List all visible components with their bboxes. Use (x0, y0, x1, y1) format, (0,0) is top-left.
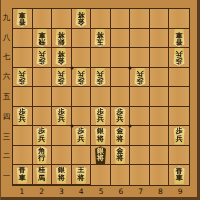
square-4六[interactable]: 歩兵 (72, 68, 92, 88)
rank-labels: 九八七六五四三二一 (1, 8, 12, 186)
square-1四[interactable]: 歩兵 (13, 107, 33, 127)
square-9一[interactable]: 香車 (169, 165, 189, 185)
square-3二[interactable] (52, 146, 72, 166)
file-label-2: 2 (32, 186, 52, 197)
piece-歩兵[interactable]: 歩兵 (34, 127, 50, 145)
piece-金将[interactable]: 金将 (53, 48, 69, 66)
square-2五[interactable] (33, 87, 53, 107)
piece-金将[interactable]: 金将 (112, 146, 128, 164)
square-9六[interactable] (169, 68, 189, 88)
square-3八[interactable]: 銀将 (52, 29, 72, 49)
piece-角行[interactable]: 角行 (34, 146, 50, 164)
square-2六[interactable] (33, 68, 53, 88)
square-2七[interactable]: 歩兵 (33, 48, 53, 68)
rank-label-四: 四 (1, 107, 12, 127)
square-6二[interactable]: 金将 (111, 146, 131, 166)
square-2三[interactable]: 歩兵 (33, 126, 53, 146)
star-point (70, 125, 73, 128)
piece-金将[interactable]: 金将 (112, 127, 128, 145)
star-point (129, 66, 132, 69)
square-1八[interactable] (13, 29, 33, 49)
piece-飛車[interactable]: 飛車 (34, 29, 50, 47)
rank-label-六: 六 (1, 67, 12, 87)
piece-王将[interactable]: 王将 (73, 166, 89, 184)
square-1一[interactable]: 香車 (13, 165, 33, 185)
square-3三[interactable] (52, 126, 72, 146)
square-7一[interactable] (130, 165, 150, 185)
square-5五[interactable] (91, 87, 111, 107)
square-8八[interactable] (150, 29, 170, 49)
window-edge-right (197, 0, 200, 200)
rank-label-八: 八 (1, 28, 12, 48)
square-1六[interactable]: 歩兵 (13, 68, 33, 88)
square-7八[interactable] (130, 29, 150, 49)
window-edge-left (0, 0, 1, 200)
piece-香車[interactable]: 香車 (171, 29, 187, 47)
square-6九[interactable] (111, 9, 131, 29)
square-8三[interactable] (150, 126, 170, 146)
square-4二[interactable] (72, 146, 92, 166)
file-label-3: 3 (52, 186, 72, 197)
square-7二[interactable] (130, 146, 150, 166)
square-5七[interactable] (91, 48, 111, 68)
piece-歩兵[interactable]: 歩兵 (14, 68, 30, 86)
file-label-1: 1 (12, 186, 32, 197)
piece-歩兵[interactable]: 歩兵 (171, 48, 187, 66)
piece-銀将[interactable]: 銀将 (92, 146, 108, 164)
square-1五[interactable] (13, 87, 33, 107)
piece-歩兵[interactable]: 歩兵 (92, 107, 108, 125)
square-4七[interactable] (72, 48, 92, 68)
piece-歩兵[interactable]: 歩兵 (14, 107, 30, 125)
piece-銀将[interactable]: 銀将 (53, 29, 69, 47)
file-label-4: 4 (71, 186, 91, 197)
square-3五[interactable] (52, 87, 72, 107)
square-6三[interactable]: 金将 (111, 126, 131, 146)
square-8一[interactable] (150, 165, 170, 185)
square-9五[interactable] (169, 87, 189, 107)
file-label-7: 7 (131, 186, 151, 197)
piece-玉将[interactable]: 玉将 (92, 29, 108, 47)
square-8五[interactable] (150, 87, 170, 107)
star-point (70, 66, 73, 69)
piece-金将[interactable]: 金将 (73, 9, 89, 27)
square-3七[interactable]: 金将 (52, 48, 72, 68)
window-edge-bottom (0, 197, 200, 200)
square-5三[interactable]: 銀将 (91, 126, 111, 146)
piece-歩兵[interactable]: 歩兵 (171, 127, 187, 145)
square-4五[interactable] (72, 87, 92, 107)
square-6八[interactable] (111, 29, 131, 49)
square-7七[interactable] (130, 48, 150, 68)
square-2四[interactable] (33, 107, 53, 127)
piece-歩兵[interactable]: 歩兵 (132, 68, 148, 86)
square-1七[interactable] (13, 48, 33, 68)
piece-歩兵[interactable]: 歩兵 (73, 127, 89, 145)
star-point (129, 125, 132, 128)
rank-label-五: 五 (1, 87, 12, 107)
square-6七[interactable] (111, 48, 131, 68)
square-3六[interactable]: 歩兵 (52, 68, 72, 88)
square-9七[interactable]: 歩兵 (169, 48, 189, 68)
square-4四[interactable] (72, 107, 92, 127)
square-5一[interactable] (91, 165, 111, 185)
rank-label-九: 九 (1, 8, 12, 28)
square-8七[interactable] (150, 48, 170, 68)
square-9九[interactable] (169, 9, 189, 29)
piece-歩兵[interactable]: 歩兵 (112, 107, 128, 125)
square-6五[interactable] (111, 87, 131, 107)
square-7九[interactable] (130, 9, 150, 29)
square-3一[interactable]: 銀将 (52, 165, 72, 185)
square-9二[interactable] (169, 146, 189, 166)
rank-label-三: 三 (1, 127, 12, 147)
square-6六[interactable] (111, 68, 131, 88)
rank-label-一: 一 (1, 166, 12, 186)
square-1九[interactable]: 香車 (13, 9, 33, 29)
square-8六[interactable] (150, 68, 170, 88)
piece-香車[interactable]: 香車 (171, 166, 187, 184)
square-7四[interactable] (130, 107, 150, 127)
square-5四[interactable]: 歩兵 (91, 107, 111, 127)
square-8九[interactable] (150, 9, 170, 29)
square-6一[interactable] (111, 165, 131, 185)
file-labels: 123456789 (12, 186, 190, 197)
file-label-9: 9 (170, 186, 190, 197)
piece-桂馬[interactable]: 桂馬 (34, 166, 50, 184)
piece-歩兵[interactable]: 歩兵 (53, 68, 69, 86)
square-4八[interactable] (72, 29, 92, 49)
square-6四[interactable]: 歩兵 (111, 107, 131, 127)
square-1二[interactable] (13, 146, 33, 166)
square-7六[interactable]: 歩兵 (130, 68, 150, 88)
rank-label-二: 二 (1, 146, 12, 166)
rank-label-七: 七 (1, 48, 12, 68)
square-3九[interactable] (52, 9, 72, 29)
piece-香車[interactable]: 香車 (14, 9, 30, 27)
piece-香車[interactable]: 香車 (14, 166, 30, 184)
shogi-board[interactable]: 香車金将飛車銀将玉将香車歩兵金将歩兵歩兵歩兵歩兵歩兵歩兵歩兵歩兵歩兵歩兵歩兵歩兵… (12, 8, 190, 186)
square-7三[interactable] (130, 126, 150, 146)
square-2八[interactable]: 飛車 (33, 29, 53, 49)
piece-歩兵[interactable]: 歩兵 (73, 68, 89, 86)
square-5八[interactable]: 玉将 (91, 29, 111, 49)
square-2二[interactable]: 角行 (33, 146, 53, 166)
piece-歩兵[interactable]: 歩兵 (92, 68, 108, 86)
file-label-8: 8 (150, 186, 170, 197)
shogi-app: 九八七六五四三二一 香車金将飛車銀将玉将香車歩兵金将歩兵歩兵歩兵歩兵歩兵歩兵歩兵… (0, 0, 200, 200)
square-2九[interactable] (33, 9, 53, 29)
square-5六[interactable]: 歩兵 (91, 68, 111, 88)
square-7五[interactable] (130, 87, 150, 107)
piece-銀将[interactable]: 銀将 (92, 127, 108, 145)
file-label-6: 6 (111, 186, 131, 197)
square-1三[interactable] (13, 126, 33, 146)
square-8二[interactable] (150, 146, 170, 166)
piece-歩兵[interactable]: 歩兵 (34, 48, 50, 66)
square-4九[interactable]: 金将 (72, 9, 92, 29)
square-9三[interactable]: 歩兵 (169, 126, 189, 146)
square-9八[interactable]: 香車 (169, 29, 189, 49)
square-4三[interactable]: 歩兵 (72, 126, 92, 146)
square-9四[interactable] (169, 107, 189, 127)
square-3四[interactable]: 歩兵 (52, 107, 72, 127)
square-5九[interactable] (91, 9, 111, 29)
piece-歩兵[interactable]: 歩兵 (53, 107, 69, 125)
square-2一[interactable]: 桂馬 (33, 165, 53, 185)
square-8四[interactable] (150, 107, 170, 127)
square-4一[interactable]: 王将 (72, 165, 92, 185)
file-label-5: 5 (91, 186, 111, 197)
square-5二[interactable]: 銀将 (91, 146, 111, 166)
piece-銀将[interactable]: 銀将 (53, 166, 69, 184)
